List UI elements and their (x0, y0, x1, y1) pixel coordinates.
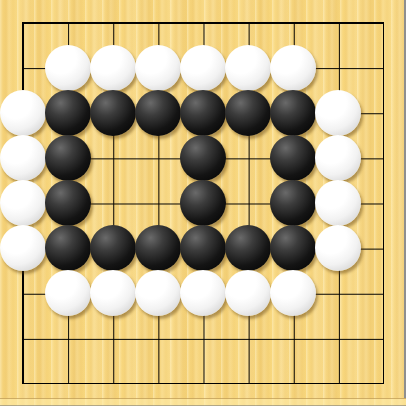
board-point[interactable] (271, 135, 316, 180)
board-point[interactable] (361, 45, 406, 90)
board-point[interactable] (0, 316, 45, 361)
board-point[interactable] (181, 226, 226, 271)
black-stone[interactable] (180, 225, 226, 271)
black-stone[interactable] (180, 90, 226, 136)
white-stone[interactable] (315, 225, 361, 271)
go-board[interactable] (0, 0, 406, 406)
board-point[interactable] (90, 226, 135, 271)
white-stone[interactable] (315, 180, 361, 226)
board-point[interactable] (45, 271, 90, 316)
board-point[interactable] (226, 271, 271, 316)
white-stone[interactable] (180, 45, 226, 91)
board-point[interactable] (90, 45, 135, 90)
white-stone[interactable] (90, 270, 136, 316)
black-stone[interactable] (180, 135, 226, 181)
black-stone[interactable] (45, 225, 91, 271)
board-point[interactable] (135, 135, 180, 180)
board-point[interactable] (0, 90, 45, 135)
white-stone[interactable] (135, 270, 181, 316)
stones-grid (0, 0, 406, 406)
white-stone[interactable] (270, 45, 316, 91)
board-point[interactable] (45, 181, 90, 226)
black-stone[interactable] (270, 180, 316, 226)
board-point[interactable] (316, 226, 361, 271)
board-point[interactable] (181, 90, 226, 135)
board-point[interactable] (45, 45, 90, 90)
white-stone[interactable] (90, 45, 136, 91)
black-stone[interactable] (135, 90, 181, 136)
board-point[interactable] (45, 135, 90, 180)
board-point[interactable] (0, 0, 45, 45)
board-point[interactable] (181, 135, 226, 180)
board-point[interactable] (271, 226, 316, 271)
board-point[interactable] (45, 226, 90, 271)
board-bottom-edge (0, 398, 406, 406)
white-stone[interactable] (0, 225, 46, 271)
board-point[interactable] (0, 135, 45, 180)
board-point[interactable] (361, 0, 406, 45)
board-point[interactable] (316, 0, 361, 45)
board-point[interactable] (45, 0, 90, 45)
board-point[interactable] (271, 0, 316, 45)
board-point[interactable] (316, 271, 361, 316)
black-stone[interactable] (90, 90, 136, 136)
board-point[interactable] (181, 271, 226, 316)
board-point[interactable] (361, 135, 406, 180)
black-stone[interactable] (180, 180, 226, 226)
board-point[interactable] (361, 90, 406, 135)
board-point[interactable] (361, 271, 406, 316)
black-stone[interactable] (225, 225, 271, 271)
board-point[interactable] (226, 226, 271, 271)
white-stone[interactable] (225, 45, 271, 91)
black-stone[interactable] (225, 90, 271, 136)
board-point[interactable] (90, 135, 135, 180)
white-stone[interactable] (0, 135, 46, 181)
board-point[interactable] (226, 316, 271, 361)
board-point[interactable] (361, 181, 406, 226)
board-point[interactable] (90, 181, 135, 226)
board-point[interactable] (90, 0, 135, 45)
white-stone[interactable] (0, 90, 46, 136)
black-stone[interactable] (90, 225, 136, 271)
board-point[interactable] (271, 90, 316, 135)
black-stone[interactable] (135, 225, 181, 271)
board-point[interactable] (316, 316, 361, 361)
black-stone[interactable] (45, 180, 91, 226)
board-point[interactable] (316, 135, 361, 180)
white-stone[interactable] (45, 270, 91, 316)
board-point[interactable] (135, 0, 180, 45)
white-stone[interactable] (270, 270, 316, 316)
white-stone[interactable] (135, 45, 181, 91)
board-point[interactable] (181, 0, 226, 45)
board-point[interactable] (226, 90, 271, 135)
board-point[interactable] (226, 45, 271, 90)
board-point[interactable] (181, 316, 226, 361)
white-stone[interactable] (180, 270, 226, 316)
board-point[interactable] (316, 181, 361, 226)
board-point[interactable] (226, 135, 271, 180)
board-point[interactable] (361, 226, 406, 271)
board-point[interactable] (0, 226, 45, 271)
board-point[interactable] (316, 90, 361, 135)
board-point[interactable] (90, 271, 135, 316)
board-point[interactable] (135, 90, 180, 135)
black-stone[interactable] (270, 135, 316, 181)
board-point[interactable] (226, 0, 271, 45)
board-point[interactable] (0, 271, 45, 316)
board-point[interactable] (0, 181, 45, 226)
white-stone[interactable] (0, 180, 46, 226)
board-point[interactable] (90, 90, 135, 135)
board-point[interactable] (271, 316, 316, 361)
board-point[interactable] (271, 181, 316, 226)
board-point[interactable] (45, 316, 90, 361)
board-point[interactable] (0, 45, 45, 90)
black-stone[interactable] (270, 225, 316, 271)
board-point[interactable] (316, 45, 361, 90)
board-point[interactable] (135, 181, 180, 226)
board-point[interactable] (181, 45, 226, 90)
white-stone[interactable] (315, 135, 361, 181)
board-point[interactable] (226, 181, 271, 226)
board-point[interactable] (135, 316, 180, 361)
black-stone[interactable] (45, 90, 91, 136)
board-point[interactable] (135, 45, 180, 90)
board-point[interactable] (361, 316, 406, 361)
board-point[interactable] (271, 45, 316, 90)
white-stone[interactable] (315, 90, 361, 136)
board-point[interactable] (271, 271, 316, 316)
board-point[interactable] (135, 271, 180, 316)
board-point[interactable] (45, 90, 90, 135)
board-point[interactable] (181, 181, 226, 226)
white-stone[interactable] (45, 45, 91, 91)
board-point[interactable] (135, 226, 180, 271)
black-stone[interactable] (45, 135, 91, 181)
board-point[interactable] (90, 316, 135, 361)
black-stone[interactable] (270, 90, 316, 136)
white-stone[interactable] (225, 270, 271, 316)
